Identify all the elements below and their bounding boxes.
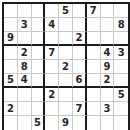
cell-r2c6-empty[interactable] — [73, 18, 87, 32]
cell-r9c3-given: 5 — [32, 116, 46, 130]
cell-r8c7-empty[interactable] — [87, 102, 101, 116]
cell-r6c3-empty[interactable] — [32, 74, 46, 88]
cell-r8c3-empty[interactable] — [32, 102, 46, 116]
cell-r7c6-empty[interactable] — [73, 88, 87, 102]
cell-r2c3-empty[interactable] — [32, 18, 46, 32]
cell-r4c3-empty[interactable] — [32, 46, 46, 60]
cell-r9c5-given: 9 — [59, 116, 73, 130]
cell-r3c9-empty[interactable] — [114, 32, 128, 46]
cell-r8c2-empty[interactable] — [18, 102, 32, 116]
cell-r4c5-empty[interactable] — [59, 46, 73, 60]
cell-r4c7-empty[interactable] — [87, 46, 101, 60]
cell-r4c2-given: 2 — [18, 46, 32, 60]
cell-r5c9-empty[interactable] — [114, 60, 128, 74]
cell-r9c7-empty[interactable] — [87, 116, 101, 130]
cell-r6c6-given: 6 — [73, 74, 87, 88]
cell-r1c1-empty[interactable] — [4, 4, 18, 18]
cell-r2c4-given: 4 — [45, 18, 59, 32]
cell-r3c7-empty[interactable] — [87, 32, 101, 46]
cell-r4c6-empty[interactable] — [73, 46, 87, 60]
cell-r6c7-empty[interactable] — [87, 74, 101, 88]
cell-r3c3-empty[interactable] — [32, 32, 46, 46]
cell-r8c9-empty[interactable] — [114, 102, 128, 116]
cell-r5c7-empty[interactable] — [87, 60, 101, 74]
cell-r1c8-empty[interactable] — [101, 4, 115, 18]
cell-r8c4-empty[interactable] — [45, 102, 59, 116]
cell-r1c6-empty[interactable] — [73, 4, 87, 18]
cell-r5c5-given: 2 — [59, 60, 73, 74]
cell-r5c6-empty[interactable] — [73, 60, 87, 74]
cell-r2c9-given: 8 — [114, 18, 128, 32]
cell-r6c1-given: 5 — [4, 74, 18, 88]
cell-r7c1-empty[interactable] — [4, 88, 18, 102]
cell-r3c4-empty[interactable] — [45, 32, 59, 46]
cell-r3c2-empty[interactable] — [18, 32, 32, 46]
cell-r7c5-empty[interactable] — [59, 88, 73, 102]
cell-r1c2-empty[interactable] — [18, 4, 32, 18]
cell-r8c8-given: 3 — [101, 102, 115, 116]
cell-r9c1-empty[interactable] — [4, 116, 18, 130]
cell-r7c8-empty[interactable] — [101, 88, 115, 102]
cell-r9c9-empty[interactable] — [114, 116, 128, 130]
sudoku-board: 5734892274382954622527359 — [2, 2, 130, 130]
cell-r5c1-empty[interactable] — [4, 60, 18, 74]
cell-r9c6-empty[interactable] — [73, 116, 87, 130]
cell-r7c7-empty[interactable] — [87, 88, 101, 102]
cell-r4c8-given: 4 — [101, 46, 115, 60]
cell-r2c5-empty[interactable] — [59, 18, 73, 32]
cell-r1c3-empty[interactable] — [32, 4, 46, 18]
cell-r6c2-given: 4 — [18, 74, 32, 88]
cell-r5c3-empty[interactable] — [32, 60, 46, 74]
cell-r5c2-given: 8 — [18, 60, 32, 74]
cell-r9c2-empty[interactable] — [18, 116, 32, 130]
cell-r3c8-empty[interactable] — [101, 32, 115, 46]
cell-r1c4-empty[interactable] — [45, 4, 59, 18]
cell-r4c4-given: 7 — [45, 46, 59, 60]
cell-r8c6-given: 7 — [73, 102, 87, 116]
cell-r6c8-given: 2 — [101, 74, 115, 88]
cell-r6c9-empty[interactable] — [114, 74, 128, 88]
cell-r3c5-empty[interactable] — [59, 32, 73, 46]
cell-r2c8-empty[interactable] — [101, 18, 115, 32]
cell-r2c2-given: 3 — [18, 18, 32, 32]
cell-r7c2-empty[interactable] — [18, 88, 32, 102]
cell-r6c5-empty[interactable] — [59, 74, 73, 88]
cell-r8c5-empty[interactable] — [59, 102, 73, 116]
cell-r2c1-empty[interactable] — [4, 18, 18, 32]
cell-r9c8-empty[interactable] — [101, 116, 115, 130]
cell-r5c4-empty[interactable] — [45, 60, 59, 74]
cell-r4c9-given: 3 — [114, 46, 128, 60]
cell-r9c4-empty[interactable] — [45, 116, 59, 130]
cell-r1c9-empty[interactable] — [114, 4, 128, 18]
cell-r1c7-given: 7 — [87, 4, 101, 18]
cell-r8c1-given: 2 — [4, 102, 18, 116]
cell-r3c1-given: 9 — [4, 32, 18, 46]
cell-r7c9-given: 5 — [114, 88, 128, 102]
cell-r7c3-empty[interactable] — [32, 88, 46, 102]
cell-r3c6-given: 2 — [73, 32, 87, 46]
cell-r4c1-empty[interactable] — [4, 46, 18, 60]
cell-r7c4-given: 2 — [45, 88, 59, 102]
cell-r5c8-given: 9 — [101, 60, 115, 74]
cell-r2c7-empty[interactable] — [87, 18, 101, 32]
cell-r1c5-given: 5 — [59, 4, 73, 18]
cell-r6c4-empty[interactable] — [45, 74, 59, 88]
